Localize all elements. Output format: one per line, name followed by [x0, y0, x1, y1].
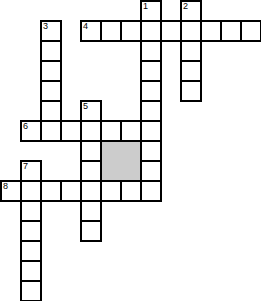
clue-number: 5	[83, 101, 88, 111]
grid-cell[interactable]	[180, 40, 202, 62]
grid-cell[interactable]: 2	[180, 0, 202, 22]
grid-cell[interactable]: 1	[140, 0, 162, 22]
grid-cell[interactable]: 4	[80, 20, 102, 42]
grid-cell[interactable]	[140, 100, 162, 122]
grid-cell[interactable]	[80, 160, 102, 182]
clue-number: 1	[143, 1, 148, 11]
grid-cell[interactable]	[40, 100, 62, 122]
grid-cell[interactable]	[40, 120, 62, 142]
grid-cell[interactable]	[20, 200, 42, 222]
grid-cell[interactable]	[80, 220, 102, 242]
grid-cell[interactable]	[180, 80, 202, 102]
grid-cell[interactable]	[40, 60, 62, 82]
clue-number: 8	[3, 181, 8, 191]
grid-cell[interactable]	[140, 140, 162, 162]
grid-cell[interactable]	[80, 120, 102, 142]
grid-cell[interactable]	[100, 180, 122, 202]
grid-cell[interactable]	[120, 180, 142, 202]
grid-cell[interactable]	[80, 180, 102, 202]
grid-cell[interactable]	[220, 20, 242, 42]
grid-cell[interactable]	[140, 160, 162, 182]
grid-cell[interactable]: 3	[40, 20, 62, 42]
grid-cell[interactable]	[20, 240, 42, 262]
grid-cell[interactable]	[140, 40, 162, 62]
grid-cell[interactable]	[240, 20, 261, 42]
grid-cell[interactable]	[20, 280, 42, 301]
grid-cell[interactable]	[60, 180, 82, 202]
grid-cell[interactable]	[80, 200, 102, 222]
grid-cell[interactable]	[40, 80, 62, 102]
grid-cell[interactable]	[140, 120, 162, 142]
grid-cell[interactable]	[140, 20, 162, 42]
page-background: 12345678	[0, 0, 261, 301]
grid-cell[interactable]	[200, 20, 222, 42]
shaded-block	[100, 140, 142, 182]
clue-number: 7	[23, 161, 28, 171]
grid-cell[interactable]	[80, 140, 102, 162]
grid-cell[interactable]	[20, 180, 42, 202]
grid-cell[interactable]	[100, 120, 122, 142]
grid-cell[interactable]	[180, 60, 202, 82]
clue-number: 3	[43, 21, 48, 31]
grid-cell[interactable]	[60, 120, 82, 142]
grid-cell[interactable]	[100, 20, 122, 42]
grid-cell[interactable]: 7	[20, 160, 42, 182]
grid-cell[interactable]: 6	[20, 120, 42, 142]
grid-cell[interactable]	[20, 220, 42, 242]
clue-number: 6	[23, 121, 28, 131]
grid-cell[interactable]	[180, 20, 202, 42]
grid-cell[interactable]	[40, 40, 62, 62]
grid-cell[interactable]	[140, 60, 162, 82]
clue-number: 4	[83, 21, 88, 31]
grid-cell[interactable]: 5	[80, 100, 102, 122]
clue-number: 2	[183, 1, 188, 11]
grid-cell[interactable]: 8	[0, 180, 22, 202]
grid-cell[interactable]	[120, 120, 142, 142]
crossword-board: 12345678	[0, 0, 261, 301]
grid-cell[interactable]	[120, 20, 142, 42]
grid-cell[interactable]	[160, 20, 182, 42]
grid-cell[interactable]	[140, 180, 162, 202]
grid-cell[interactable]	[20, 260, 42, 282]
grid-cell[interactable]	[40, 180, 62, 202]
grid-cell[interactable]	[140, 80, 162, 102]
